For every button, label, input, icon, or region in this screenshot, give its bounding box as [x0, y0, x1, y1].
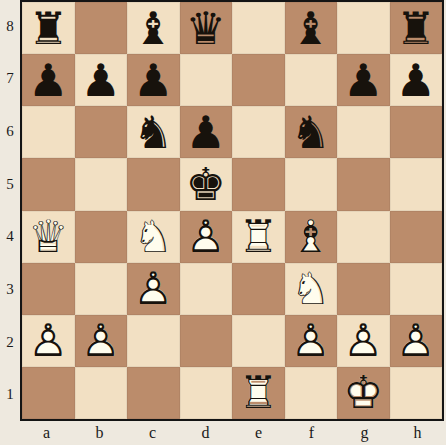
square-c2[interactable] [127, 315, 180, 367]
square-h7[interactable]: ♟ [390, 54, 443, 106]
rank-label-1: 1 [0, 368, 20, 421]
square-b3[interactable] [75, 263, 128, 315]
square-b2[interactable]: ♟♙ [75, 315, 128, 367]
white-pawn-icon[interactable]: ♟♙ [337, 315, 390, 367]
file-label-a: a [20, 421, 73, 445]
square-c7[interactable]: ♟ [127, 54, 180, 106]
black-knight-fill: ♞ [285, 106, 338, 158]
file-label-b: b [73, 421, 126, 445]
square-e1[interactable]: ♜♖ [232, 367, 285, 419]
square-b6[interactable] [75, 106, 128, 158]
white-pawn-outline: ♙ [180, 211, 233, 263]
square-a6[interactable] [22, 106, 75, 158]
square-g6[interactable] [337, 106, 390, 158]
square-f8[interactable]: ♝ [285, 2, 338, 54]
black-queen-icon[interactable]: ♛ [180, 2, 233, 54]
black-pawn-fill: ♟ [337, 54, 390, 106]
black-pawn-icon[interactable]: ♟ [390, 54, 443, 106]
black-pawn-fill: ♟ [75, 54, 128, 106]
black-bishop-fill: ♝ [127, 2, 180, 54]
square-e3[interactable] [232, 263, 285, 315]
square-f3[interactable]: ♞♘ [285, 263, 338, 315]
file-label-h: h [391, 421, 444, 445]
square-c1[interactable] [127, 367, 180, 419]
square-g3[interactable] [337, 263, 390, 315]
black-pawn-fill: ♟ [22, 54, 75, 106]
black-knight-fill: ♞ [127, 106, 180, 158]
white-pawn-outline: ♙ [127, 263, 180, 315]
white-knight-outline: ♘ [285, 263, 338, 315]
square-g7[interactable]: ♟ [337, 54, 390, 106]
square-f7[interactable] [285, 54, 338, 106]
white-bishop-outline: ♗ [285, 211, 338, 263]
rank-label-5: 5 [0, 158, 20, 211]
square-e7[interactable] [232, 54, 285, 106]
white-pawn-icon[interactable]: ♟♙ [127, 263, 180, 315]
white-queen-icon[interactable]: ♛♕ [22, 211, 75, 263]
white-pawn-outline: ♙ [285, 315, 338, 367]
black-pawn-icon[interactable]: ♟ [337, 54, 390, 106]
square-e5[interactable] [232, 158, 285, 210]
white-rook-icon[interactable]: ♜♖ [232, 211, 285, 263]
square-e6[interactable] [232, 106, 285, 158]
rank-label-6: 6 [0, 105, 20, 158]
square-h8[interactable]: ♜ [390, 2, 443, 54]
white-king-icon[interactable]: ♚♔ [337, 367, 390, 419]
square-h3[interactable] [390, 263, 443, 315]
white-pawn-icon[interactable]: ♟♙ [75, 315, 128, 367]
square-f4[interactable]: ♝♗ [285, 211, 338, 263]
rank-label-7: 7 [0, 53, 20, 106]
white-knight-outline: ♘ [127, 211, 180, 263]
square-c4[interactable]: ♞♘ [127, 211, 180, 263]
square-a5[interactable] [22, 158, 75, 210]
square-f5[interactable] [285, 158, 338, 210]
square-a1[interactable] [22, 367, 75, 419]
white-rook-outline: ♖ [232, 211, 285, 263]
square-a3[interactable] [22, 263, 75, 315]
chess-board-screenshot: 87654321 ♜♝♛♝♜♟♟♟♟♟♞♟♞♚♛♕♞♘♟♙♜♖♝♗♟♙♞♘♟♙♟… [0, 0, 446, 445]
square-f1[interactable] [285, 367, 338, 419]
white-pawn-icon[interactable]: ♟♙ [390, 315, 443, 367]
black-pawn-fill: ♟ [180, 106, 233, 158]
rank-labels: 87654321 [0, 0, 20, 421]
black-pawn-fill: ♟ [390, 54, 443, 106]
chess-board[interactable]: ♜♝♛♝♜♟♟♟♟♟♞♟♞♚♛♕♞♘♟♙♜♖♝♗♟♙♞♘♟♙♟♙♟♙♟♙♟♙♜♖… [20, 0, 444, 421]
square-h5[interactable] [390, 158, 443, 210]
square-a4[interactable]: ♛♕ [22, 211, 75, 263]
black-bishop-fill: ♝ [285, 2, 338, 54]
file-label-g: g [338, 421, 391, 445]
black-pawn-icon[interactable]: ♟ [127, 54, 180, 106]
black-rook-fill: ♜ [22, 2, 75, 54]
file-label-f: f [285, 421, 338, 445]
white-knight-icon[interactable]: ♞♘ [285, 263, 338, 315]
white-queen-outline: ♕ [22, 211, 75, 263]
file-labels: abcdefgh [20, 421, 444, 445]
square-e2[interactable] [232, 315, 285, 367]
square-h4[interactable] [390, 211, 443, 263]
square-d1[interactable] [180, 367, 233, 419]
black-knight-icon[interactable]: ♞ [285, 106, 338, 158]
square-d6[interactable]: ♟ [180, 106, 233, 158]
square-a2[interactable]: ♟♙ [22, 315, 75, 367]
square-g1[interactable]: ♚♔ [337, 367, 390, 419]
white-rook-icon[interactable]: ♜♖ [232, 367, 285, 419]
white-bishop-icon[interactable]: ♝♗ [285, 211, 338, 263]
square-b8[interactable] [75, 2, 128, 54]
square-d7[interactable] [180, 54, 233, 106]
black-king-fill: ♚ [180, 158, 233, 210]
square-f6[interactable]: ♞ [285, 106, 338, 158]
black-king-icon[interactable]: ♚ [180, 158, 233, 210]
square-b1[interactable] [75, 367, 128, 419]
black-rook-fill: ♜ [390, 2, 443, 54]
square-f2[interactable]: ♟♙ [285, 315, 338, 367]
square-d2[interactable] [180, 315, 233, 367]
square-g5[interactable] [337, 158, 390, 210]
black-pawn-fill: ♟ [127, 54, 180, 106]
square-b7[interactable]: ♟ [75, 54, 128, 106]
black-knight-icon[interactable]: ♞ [127, 106, 180, 158]
square-d5[interactable]: ♚ [180, 158, 233, 210]
white-pawn-outline: ♙ [22, 315, 75, 367]
file-label-e: e [232, 421, 285, 445]
square-g4[interactable] [337, 211, 390, 263]
white-pawn-icon[interactable]: ♟♙ [285, 315, 338, 367]
file-label-d: d [179, 421, 232, 445]
square-b4[interactable] [75, 211, 128, 263]
white-knight-icon[interactable]: ♞♘ [127, 211, 180, 263]
black-queen-fill: ♛ [180, 2, 233, 54]
black-bishop-icon[interactable]: ♝ [285, 2, 338, 54]
black-rook-icon[interactable]: ♜ [390, 2, 443, 54]
rank-label-3: 3 [0, 263, 20, 316]
black-pawn-icon[interactable]: ♟ [75, 54, 128, 106]
square-h6[interactable] [390, 106, 443, 158]
square-d8[interactable]: ♛ [180, 2, 233, 54]
square-e4[interactable]: ♜♖ [232, 211, 285, 263]
square-d4[interactable]: ♟♙ [180, 211, 233, 263]
square-e8[interactable] [232, 2, 285, 54]
file-label-c: c [126, 421, 179, 445]
square-a8[interactable]: ♜ [22, 2, 75, 54]
white-pawn-outline: ♙ [390, 315, 443, 367]
white-king-outline: ♔ [337, 367, 390, 419]
square-g2[interactable]: ♟♙ [337, 315, 390, 367]
white-pawn-icon[interactable]: ♟♙ [180, 211, 233, 263]
square-a7[interactable]: ♟ [22, 54, 75, 106]
white-pawn-outline: ♙ [337, 315, 390, 367]
square-h1[interactable] [390, 367, 443, 419]
white-pawn-icon[interactable]: ♟♙ [22, 315, 75, 367]
rank-label-4: 4 [0, 211, 20, 264]
square-c8[interactable]: ♝ [127, 2, 180, 54]
square-c6[interactable]: ♞ [127, 106, 180, 158]
square-h2[interactable]: ♟♙ [390, 315, 443, 367]
black-rook-icon[interactable]: ♜ [22, 2, 75, 54]
black-bishop-icon[interactable]: ♝ [127, 2, 180, 54]
square-c3[interactable]: ♟♙ [127, 263, 180, 315]
black-pawn-icon[interactable]: ♟ [180, 106, 233, 158]
square-d3[interactable] [180, 263, 233, 315]
white-pawn-outline: ♙ [75, 315, 128, 367]
square-c5[interactable] [127, 158, 180, 210]
black-pawn-icon[interactable]: ♟ [22, 54, 75, 106]
white-rook-outline: ♖ [232, 367, 285, 419]
rank-label-2: 2 [0, 316, 20, 369]
rank-label-8: 8 [0, 0, 20, 53]
square-b5[interactable] [75, 158, 128, 210]
square-g8[interactable] [337, 2, 390, 54]
